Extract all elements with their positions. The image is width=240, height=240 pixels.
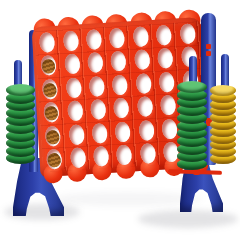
- board-slot[interactable]: [63, 53, 80, 75]
- board-slot[interactable]: [65, 77, 82, 99]
- board-slot[interactable]: [135, 72, 152, 94]
- disc-stack-left[interactable]: [6, 84, 35, 168]
- board-slot[interactable]: [110, 50, 127, 72]
- board-cell[interactable]: [89, 144, 114, 169]
- board-slot[interactable]: [111, 74, 128, 96]
- floor-shadow: [138, 210, 238, 228]
- board-slot[interactable]: [136, 96, 153, 118]
- board-cell[interactable]: [82, 27, 107, 52]
- product-photo-scene: [0, 0, 240, 240]
- board-cell[interactable]: [84, 74, 109, 99]
- board-cell[interactable]: [133, 94, 158, 119]
- board-slot[interactable]: [133, 49, 150, 71]
- board-cell[interactable]: [131, 71, 156, 96]
- board-slot[interactable]: [69, 147, 86, 169]
- board-cell[interactable]: [61, 75, 86, 100]
- board-cell[interactable]: [153, 46, 178, 71]
- board-slot[interactable]: [68, 124, 85, 146]
- board-slot[interactable]: [132, 26, 149, 48]
- board-cell[interactable]: [86, 97, 111, 122]
- board-cell[interactable]: [134, 118, 159, 143]
- board-slot[interactable]: [139, 143, 156, 165]
- slot-disc-tan: [47, 152, 62, 169]
- board-slot[interactable]: [90, 99, 107, 121]
- board-cell[interactable]: [39, 100, 64, 125]
- board-slot[interactable]: [44, 125, 61, 147]
- board-slot[interactable]: [155, 24, 172, 46]
- board-cell[interactable]: [111, 119, 136, 144]
- board-slot[interactable]: [87, 52, 104, 74]
- board-cell[interactable]: [155, 69, 180, 94]
- slot-disc-tan: [44, 105, 59, 122]
- green-disc[interactable]: [6, 84, 35, 96]
- board-cell[interactable]: [64, 122, 89, 147]
- board-cell[interactable]: [65, 146, 90, 171]
- board-cell[interactable]: [83, 50, 108, 75]
- board-slot[interactable]: [40, 55, 57, 77]
- floor-shadow: [52, 192, 202, 206]
- bolt-cap-icon: [206, 44, 211, 49]
- board-slot[interactable]: [41, 78, 58, 100]
- board-slot[interactable]: [157, 48, 174, 70]
- board-slot[interactable]: [116, 144, 133, 166]
- bolt-cap-icon: [206, 51, 211, 56]
- board-cell[interactable]: [108, 72, 133, 97]
- board-cell[interactable]: [60, 52, 85, 77]
- board-cell[interactable]: [63, 99, 88, 124]
- board-slot[interactable]: [66, 100, 83, 122]
- board-slot[interactable]: [179, 23, 196, 45]
- disc-stack-right-inner[interactable]: [177, 81, 207, 173]
- board-cell[interactable]: [38, 77, 63, 102]
- board-cell[interactable]: [112, 143, 137, 168]
- board-cell[interactable]: [36, 53, 61, 78]
- green-disc[interactable]: [177, 81, 207, 93]
- slot-disc-tan: [41, 58, 56, 75]
- board-slot[interactable]: [113, 97, 130, 119]
- board-slot[interactable]: [158, 71, 175, 93]
- slot-disc-tan: [42, 82, 57, 99]
- board-slot[interactable]: [43, 102, 60, 124]
- board-cell[interactable]: [128, 24, 153, 49]
- board-cell[interactable]: [58, 28, 83, 53]
- board-cell[interactable]: [175, 21, 200, 46]
- board-cell[interactable]: [109, 96, 134, 121]
- board-slot[interactable]: [38, 31, 55, 53]
- board-cell[interactable]: [136, 141, 161, 166]
- board-cell[interactable]: [152, 23, 177, 48]
- board-cell[interactable]: [42, 147, 67, 172]
- board-slot[interactable]: [88, 75, 105, 97]
- board-cell[interactable]: [105, 25, 130, 50]
- disc-stack-right-outer[interactable]: [210, 85, 236, 166]
- board-cell[interactable]: [41, 124, 66, 149]
- board-slot[interactable]: [114, 121, 131, 143]
- yellow-disc[interactable]: [210, 85, 236, 96]
- slot-disc-tan: [45, 128, 60, 145]
- board-slot[interactable]: [85, 28, 102, 50]
- board-slot[interactable]: [160, 94, 177, 116]
- board-cell[interactable]: [35, 30, 60, 55]
- board-slot[interactable]: [109, 27, 126, 49]
- board-cell[interactable]: [130, 47, 155, 72]
- board-cell[interactable]: [87, 121, 112, 146]
- board-slot[interactable]: [92, 146, 109, 168]
- board-slot[interactable]: [161, 118, 178, 140]
- board-slot[interactable]: [62, 30, 79, 52]
- board-cell[interactable]: [106, 49, 131, 74]
- board-slot[interactable]: [138, 119, 155, 141]
- board-slot[interactable]: [46, 149, 63, 171]
- board-slot[interactable]: [91, 122, 108, 144]
